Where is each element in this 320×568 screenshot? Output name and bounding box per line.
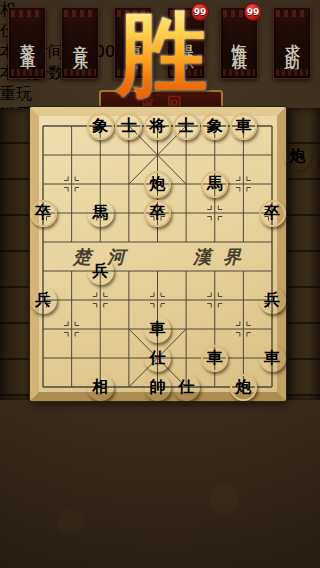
xiangqi-piece-red[interactable]: 兵 <box>30 287 57 314</box>
menu-banner-label: 音乐 <box>71 32 90 54</box>
menu-banner-1[interactable]: 菜单 <box>8 7 46 79</box>
xiangqi-piece-black[interactable]: 卒 <box>144 200 171 227</box>
xiangqi-piece-black[interactable]: 象 <box>87 113 114 140</box>
menu-banner-2[interactable]: 音乐 <box>61 7 99 79</box>
xiangqi-piece-red[interactable]: 相 <box>87 374 114 401</box>
menu-banner-label: 菜单 <box>18 32 37 54</box>
xiangqi-piece-black[interactable]: 炮 <box>230 374 257 401</box>
xiangqi-piece-black[interactable]: 象 <box>201 113 228 140</box>
xiangqi-piece-black[interactable]: 車 <box>201 345 228 372</box>
replay-button-label: 重玩 <box>0 84 32 103</box>
xiangqi-piece-red[interactable]: 車 <box>259 345 286 372</box>
xiangqi-piece-black[interactable]: 卒 <box>259 200 286 227</box>
river-label-right: 漢界 <box>169 242 265 271</box>
xiangqi-piece-red[interactable]: 馬 <box>87 200 114 227</box>
xiangqi-board[interactable]: 楚河 漢界 象士将士象車炮馬卒馬卒卒兵兵兵車仕車車相帥仕炮 <box>30 107 286 401</box>
menu-banner-label: 悔棋 <box>230 32 249 54</box>
xiangqi-piece-red[interactable]: 兵 <box>87 258 114 285</box>
xiangqi-piece-red[interactable]: 仕 <box>173 374 200 401</box>
xiangqi-piece-black[interactable]: 卒 <box>30 200 57 227</box>
xiangqi-piece-black[interactable]: 将 <box>144 113 171 140</box>
captured-piece-red: 炮 <box>284 143 311 170</box>
xiangqi-piece-red[interactable]: 車 <box>144 316 171 343</box>
game-screen: 菜单音乐声音提示99悔棋99求助 返回 胜 炮 楚河 漢界 象士将士象車炮馬卒馬… <box>0 0 320 568</box>
menu-banner-6[interactable]: 求助 <box>273 7 311 79</box>
xiangqi-piece-red[interactable]: 帥 <box>144 374 171 401</box>
xiangqi-piece-black[interactable]: 炮 <box>144 171 171 198</box>
xiangqi-piece-red[interactable]: 仕 <box>144 345 171 372</box>
xiangqi-piece-black[interactable]: 士 <box>115 113 142 140</box>
xiangqi-piece-black[interactable]: 車 <box>230 113 257 140</box>
tray-slots <box>0 108 34 400</box>
xiangqi-piece-red[interactable]: 兵 <box>259 287 286 314</box>
count-badge: 99 <box>244 3 262 21</box>
victory-banner: 胜 <box>104 2 220 106</box>
xiangqi-piece-black[interactable]: 士 <box>173 113 200 140</box>
menu-banner-5[interactable]: 悔棋99 <box>220 7 258 79</box>
menu-banner-label: 求助 <box>283 32 302 54</box>
xiangqi-piece-black[interactable]: 馬 <box>201 171 228 198</box>
